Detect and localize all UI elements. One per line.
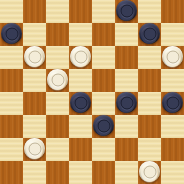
square-b6[interactable]: ● [23,46,46,69]
piece-white-man[interactable]: ● [47,69,68,90]
square-f3 [115,115,138,138]
square-f5 [115,69,138,92]
square-a4 [0,92,23,115]
square-c8 [46,0,69,23]
square-b8[interactable] [23,0,46,23]
piece-white-man[interactable]: ● [70,46,91,67]
piece-black-man[interactable]: ● [70,92,91,113]
white-man-glyph: ● [25,138,43,159]
square-e6 [92,46,115,69]
square-e8 [92,0,115,23]
square-g7[interactable]: ● [138,23,161,46]
square-b7 [23,23,46,46]
square-d3 [69,115,92,138]
white-man-glyph: ● [48,69,66,90]
square-d2[interactable] [69,138,92,161]
square-a7[interactable]: ● [0,23,23,46]
square-h2[interactable] [161,138,184,161]
square-c5[interactable]: ● [46,69,69,92]
black-man-glyph: ● [94,115,112,136]
square-c6 [46,46,69,69]
square-h3 [161,115,184,138]
black-man-glyph: ● [163,92,181,113]
square-c7[interactable] [46,23,69,46]
square-g5[interactable] [138,69,161,92]
piece-black-man[interactable]: ● [93,115,114,136]
square-a1[interactable] [0,161,23,184]
piece-black-man[interactable]: ● [116,92,137,113]
piece-white-man[interactable]: ● [24,138,45,159]
square-h8[interactable] [161,0,184,23]
square-d8[interactable] [69,0,92,23]
square-f1 [115,161,138,184]
square-h1 [161,161,184,184]
square-h6[interactable]: ● [161,46,184,69]
square-b3 [23,115,46,138]
square-c1[interactable] [46,161,69,184]
square-f4[interactable]: ● [115,92,138,115]
white-man-glyph: ● [140,161,158,182]
square-g8 [138,0,161,23]
piece-white-man[interactable]: ● [139,161,160,182]
square-a5[interactable] [0,69,23,92]
square-e1[interactable] [92,161,115,184]
square-a3[interactable] [0,115,23,138]
square-e2 [92,138,115,161]
piece-white-man[interactable]: ● [24,46,45,67]
square-d5 [69,69,92,92]
square-c2 [46,138,69,161]
square-b1 [23,161,46,184]
square-g6 [138,46,161,69]
piece-white-man[interactable]: ● [162,46,183,67]
square-f6[interactable] [115,46,138,69]
square-f7 [115,23,138,46]
square-b4[interactable] [23,92,46,115]
square-a2 [0,138,23,161]
piece-black-man[interactable]: ● [1,23,22,44]
piece-black-man[interactable]: ● [116,0,137,21]
square-d7 [69,23,92,46]
checkers-board: ●●●●●●●●●●●●● [0,0,184,184]
black-man-glyph: ● [117,0,135,21]
square-e4 [92,92,115,115]
square-d6[interactable]: ● [69,46,92,69]
black-man-glyph: ● [140,23,158,44]
black-man-glyph: ● [2,23,20,44]
square-h4[interactable]: ● [161,92,184,115]
square-c3[interactable] [46,115,69,138]
square-e3[interactable]: ● [92,115,115,138]
square-d4[interactable]: ● [69,92,92,115]
piece-black-man[interactable]: ● [139,23,160,44]
square-g2 [138,138,161,161]
square-c4 [46,92,69,115]
square-g1[interactable]: ● [138,161,161,184]
white-man-glyph: ● [71,46,89,67]
square-h7 [161,23,184,46]
piece-black-man[interactable]: ● [162,92,183,113]
black-man-glyph: ● [71,92,89,113]
square-f2[interactable] [115,138,138,161]
square-g3[interactable] [138,115,161,138]
square-b5 [23,69,46,92]
square-g4 [138,92,161,115]
square-f8[interactable]: ● [115,0,138,23]
white-man-glyph: ● [163,46,181,67]
square-h5 [161,69,184,92]
square-e5[interactable] [92,69,115,92]
square-d1 [69,161,92,184]
square-a8 [0,0,23,23]
white-man-glyph: ● [25,46,43,67]
square-b2[interactable]: ● [23,138,46,161]
black-man-glyph: ● [117,92,135,113]
square-a6 [0,46,23,69]
square-e7[interactable] [92,23,115,46]
